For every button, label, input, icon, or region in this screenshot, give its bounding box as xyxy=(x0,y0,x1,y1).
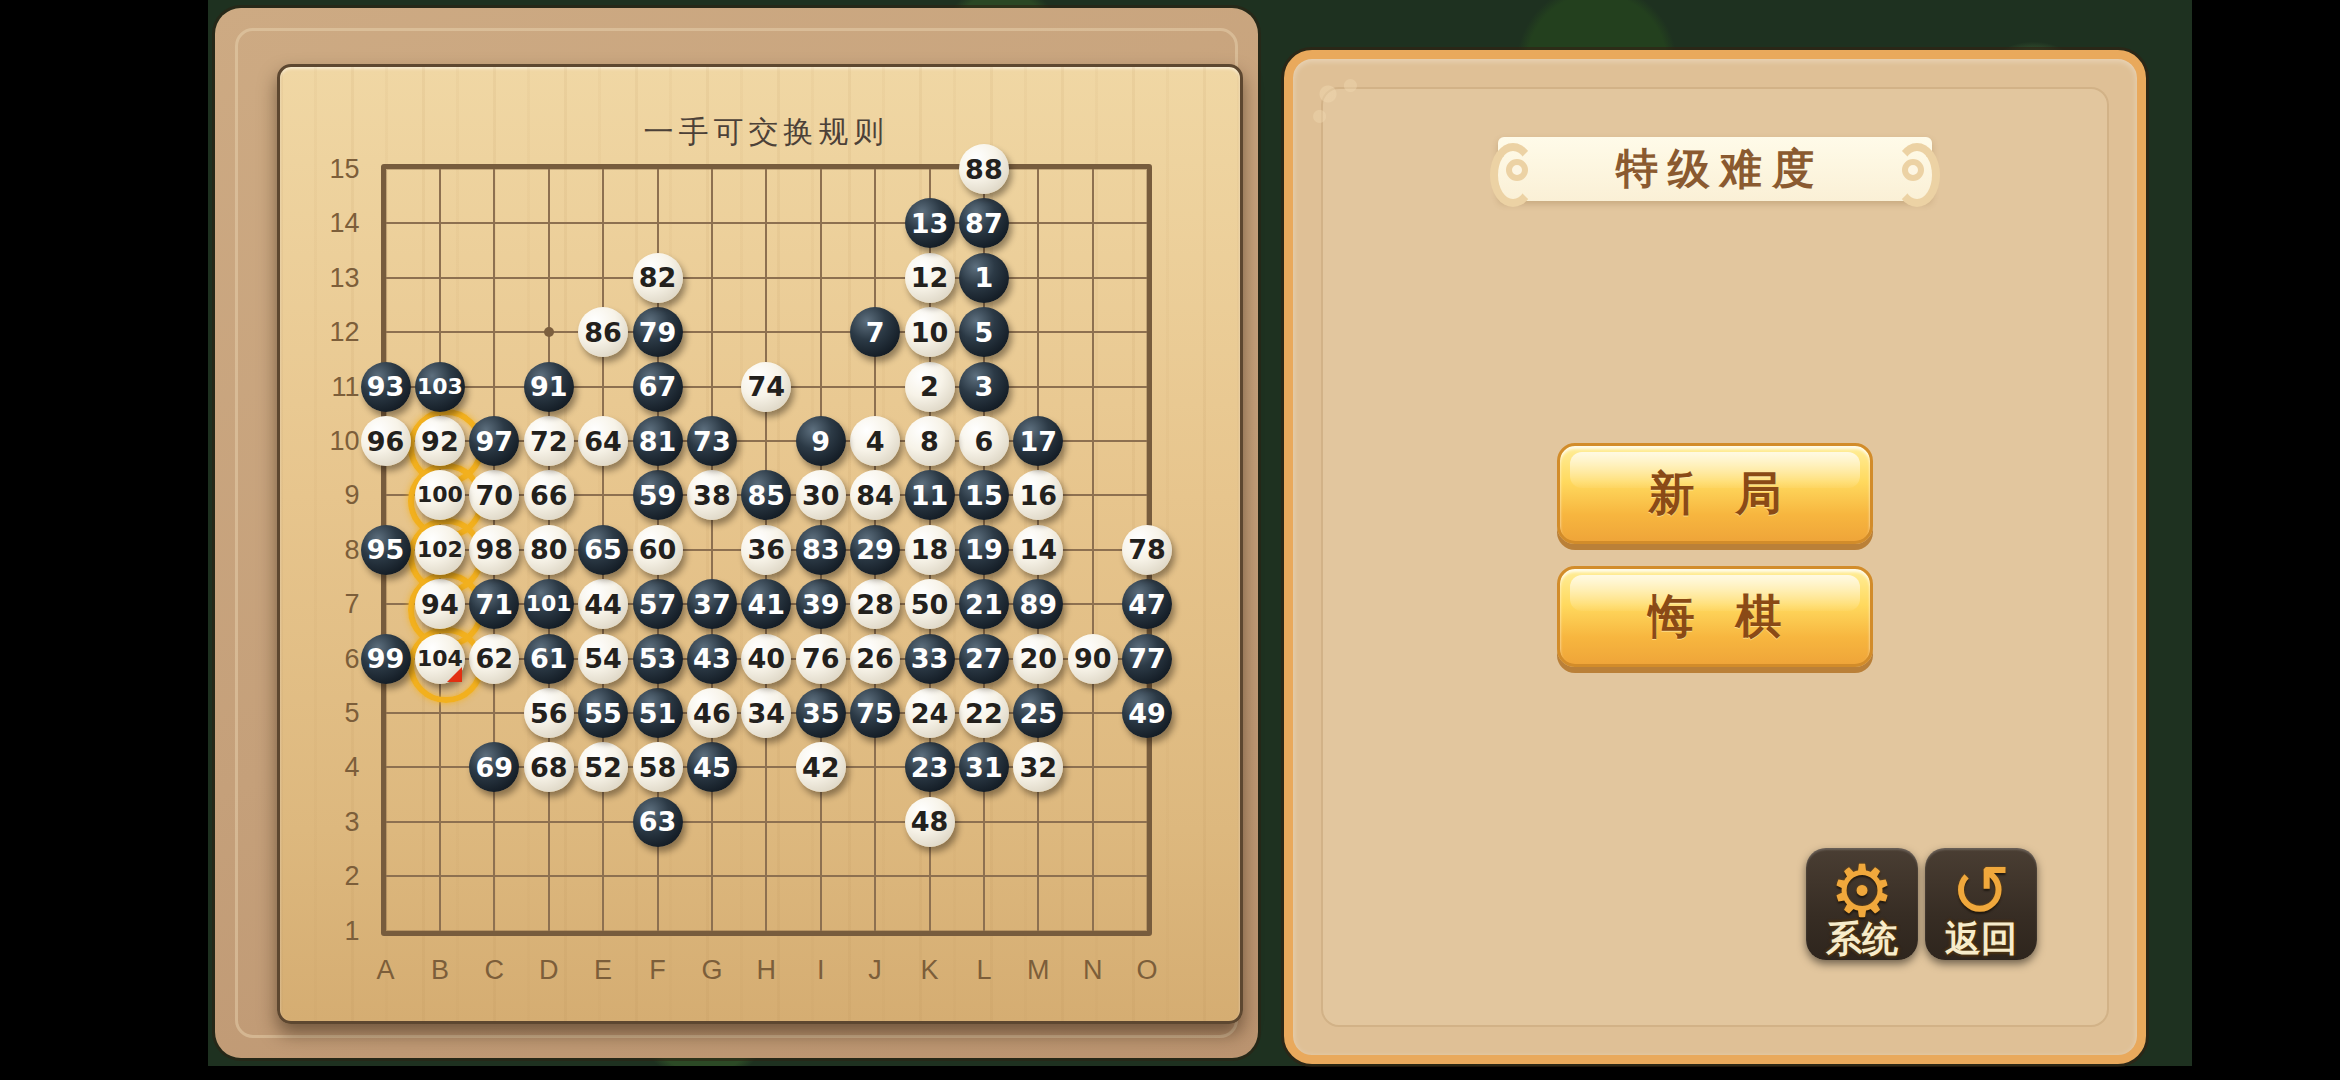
move-number: 89 xyxy=(1020,591,1058,618)
stone-F12: 79 xyxy=(633,307,683,357)
col-label: H xyxy=(744,953,788,987)
stone-G7: 37 xyxy=(687,579,737,629)
undo-label: 悔 棋 xyxy=(1635,586,1796,648)
stone-O8: 78 xyxy=(1122,525,1172,575)
stone-D7: 101 xyxy=(524,579,574,629)
move-number: 1 xyxy=(974,264,993,291)
stone-L7: 21 xyxy=(959,579,1009,629)
stone-F4: 58 xyxy=(633,742,683,792)
stone-O6: 77 xyxy=(1122,634,1172,684)
col-label: F xyxy=(636,953,680,987)
move-number: 63 xyxy=(639,808,677,835)
move-number: 33 xyxy=(911,645,949,672)
stone-G6: 43 xyxy=(687,634,737,684)
move-number: 21 xyxy=(965,591,1003,618)
move-number: 18 xyxy=(911,536,949,563)
stone-K13: 12 xyxy=(905,253,955,303)
move-number: 59 xyxy=(639,482,677,509)
stone-L9: 15 xyxy=(959,470,1009,520)
move-number: 14 xyxy=(1020,536,1058,563)
grid-line xyxy=(1092,169,1094,931)
stone-F9: 59 xyxy=(633,470,683,520)
move-number: 16 xyxy=(1020,482,1058,509)
stone-M10: 17 xyxy=(1013,416,1063,466)
move-number: 30 xyxy=(802,482,840,509)
stone-L14: 87 xyxy=(959,198,1009,248)
move-number: 54 xyxy=(584,645,622,672)
move-number: 32 xyxy=(1020,754,1058,781)
back-label: 返回 xyxy=(1925,915,2037,964)
row-label: 7 xyxy=(308,587,360,621)
stone-B9: 100 xyxy=(415,470,465,520)
corner-flourish xyxy=(1307,73,1377,143)
stone-O7: 47 xyxy=(1122,579,1172,629)
move-number: 40 xyxy=(748,645,786,672)
stone-I10: 9 xyxy=(796,416,846,466)
stone-K4: 23 xyxy=(905,742,955,792)
move-number: 87 xyxy=(965,210,1003,237)
move-number: 70 xyxy=(476,482,514,509)
col-label: C xyxy=(472,953,516,987)
stone-J6: 26 xyxy=(850,634,900,684)
move-number: 57 xyxy=(639,591,677,618)
difficulty-banner: 特级难度 xyxy=(1498,137,1932,201)
stone-F7: 57 xyxy=(633,579,683,629)
move-number: 64 xyxy=(584,428,622,455)
move-number: 73 xyxy=(693,428,731,455)
move-number: 92 xyxy=(421,428,459,455)
move-number: 19 xyxy=(965,536,1003,563)
stone-I6: 76 xyxy=(796,634,846,684)
game-screen: 一手可交换规则 151413121110987654321ABCDEFGHIJK… xyxy=(0,0,2340,1080)
move-number: 36 xyxy=(748,536,786,563)
stone-I9: 30 xyxy=(796,470,846,520)
stone-L10: 6 xyxy=(959,416,1009,466)
stone-C6: 62 xyxy=(469,634,519,684)
stone-F5: 51 xyxy=(633,688,683,738)
stone-B7: 94 xyxy=(415,579,465,629)
move-number: 49 xyxy=(1128,700,1166,727)
move-number: 85 xyxy=(748,482,786,509)
move-number: 38 xyxy=(693,482,731,509)
move-number: 28 xyxy=(856,591,894,618)
move-number: 67 xyxy=(639,373,677,400)
move-number: 101 xyxy=(526,593,572,615)
col-label: M xyxy=(1016,953,1060,987)
move-number: 71 xyxy=(476,591,514,618)
move-number: 82 xyxy=(639,264,677,291)
row-label: 4 xyxy=(308,750,360,784)
row-label: 9 xyxy=(308,478,360,512)
stone-C8: 98 xyxy=(469,525,519,575)
stone-L11: 3 xyxy=(959,362,1009,412)
move-number: 60 xyxy=(639,536,677,563)
stone-F3: 63 xyxy=(633,797,683,847)
move-number: 8 xyxy=(920,428,939,455)
move-number: 75 xyxy=(856,700,894,727)
move-number: 41 xyxy=(748,591,786,618)
move-number: 84 xyxy=(856,482,894,509)
move-number: 27 xyxy=(965,645,1003,672)
stone-E7: 44 xyxy=(578,579,628,629)
stone-D5: 56 xyxy=(524,688,574,738)
grid-line xyxy=(386,821,1148,823)
move-number: 66 xyxy=(530,482,568,509)
stone-D11: 91 xyxy=(524,362,574,412)
difficulty-label: 特级难度 xyxy=(1606,141,1824,197)
stone-L4: 31 xyxy=(959,742,1009,792)
stone-D9: 66 xyxy=(524,470,574,520)
stone-B8: 102 xyxy=(415,525,465,575)
stone-K3: 48 xyxy=(905,797,955,847)
move-number: 72 xyxy=(530,428,568,455)
stone-K7: 50 xyxy=(905,579,955,629)
move-number: 23 xyxy=(911,754,949,781)
move-number: 6 xyxy=(974,428,993,455)
stone-G9: 38 xyxy=(687,470,737,520)
stone-F13: 82 xyxy=(633,253,683,303)
col-label: G xyxy=(690,953,734,987)
move-number: 90 xyxy=(1074,645,1112,672)
move-number: 77 xyxy=(1128,645,1166,672)
move-number: 5 xyxy=(974,319,993,346)
move-number: 22 xyxy=(965,700,1003,727)
scroll-ornament-icon xyxy=(1484,141,1540,197)
move-number: 96 xyxy=(367,428,405,455)
move-number: 26 xyxy=(856,645,894,672)
move-number: 46 xyxy=(693,700,731,727)
stone-G5: 46 xyxy=(687,688,737,738)
stone-A11: 93 xyxy=(361,362,411,412)
stone-B6: 104 xyxy=(415,634,465,684)
stone-H11: 74 xyxy=(741,362,791,412)
stone-I8: 83 xyxy=(796,525,846,575)
move-number: 15 xyxy=(965,482,1003,509)
col-label: J xyxy=(853,953,897,987)
row-label: 12 xyxy=(308,315,360,349)
stone-E10: 64 xyxy=(578,416,628,466)
move-number: 35 xyxy=(802,700,840,727)
move-number: 52 xyxy=(584,754,622,781)
move-number: 79 xyxy=(639,319,677,346)
stone-L13: 1 xyxy=(959,253,1009,303)
move-number: 47 xyxy=(1128,591,1166,618)
row-label: 13 xyxy=(308,261,360,295)
stone-G10: 73 xyxy=(687,416,737,466)
stone-A10: 96 xyxy=(361,416,411,466)
col-label: N xyxy=(1071,953,1115,987)
move-number: 100 xyxy=(417,484,463,506)
stone-J8: 29 xyxy=(850,525,900,575)
move-number: 2 xyxy=(920,373,939,400)
stone-E6: 54 xyxy=(578,634,628,684)
move-number: 13 xyxy=(911,210,949,237)
stone-D6: 61 xyxy=(524,634,574,684)
stone-H5: 34 xyxy=(741,688,791,738)
move-number: 102 xyxy=(417,539,463,561)
move-number: 74 xyxy=(748,373,786,400)
move-number: 53 xyxy=(639,645,677,672)
move-number: 42 xyxy=(802,754,840,781)
row-label: 2 xyxy=(308,859,360,893)
new-game-button[interactable]: 新 局 xyxy=(1557,443,1873,544)
stone-K14: 13 xyxy=(905,198,955,248)
back-button[interactable]: ↺ 返回 xyxy=(1925,848,2037,960)
move-number: 97 xyxy=(476,428,514,455)
stone-K10: 8 xyxy=(905,416,955,466)
grid-line xyxy=(386,875,1148,877)
move-number: 39 xyxy=(802,591,840,618)
stone-K9: 11 xyxy=(905,470,955,520)
move-number: 61 xyxy=(530,645,568,672)
stone-J10: 4 xyxy=(850,416,900,466)
row-label: 10 xyxy=(308,424,360,458)
move-number: 78 xyxy=(1128,536,1166,563)
star-point xyxy=(544,327,554,337)
move-number: 37 xyxy=(693,591,731,618)
move-number: 11 xyxy=(911,482,949,509)
row-label: 11 xyxy=(308,370,360,404)
row-label: 5 xyxy=(308,696,360,730)
stone-B10: 92 xyxy=(415,416,465,466)
move-number: 20 xyxy=(1020,645,1058,672)
move-number: 45 xyxy=(693,754,731,781)
move-number: 95 xyxy=(367,536,405,563)
stone-C10: 97 xyxy=(469,416,519,466)
stone-K11: 2 xyxy=(905,362,955,412)
move-number: 55 xyxy=(584,700,622,727)
move-number: 3 xyxy=(974,373,993,400)
stone-F11: 67 xyxy=(633,362,683,412)
stone-L5: 22 xyxy=(959,688,1009,738)
move-number: 69 xyxy=(476,754,514,781)
stone-J7: 28 xyxy=(850,579,900,629)
move-number: 91 xyxy=(530,373,568,400)
stone-N6: 90 xyxy=(1068,634,1118,684)
move-number: 76 xyxy=(802,645,840,672)
stone-E8: 65 xyxy=(578,525,628,575)
stone-G4: 45 xyxy=(687,742,737,792)
move-number: 58 xyxy=(639,754,677,781)
stone-M6: 20 xyxy=(1013,634,1063,684)
row-label: 3 xyxy=(308,805,360,839)
move-number: 103 xyxy=(417,376,463,398)
stone-J12: 7 xyxy=(850,307,900,357)
stone-O5: 49 xyxy=(1122,688,1172,738)
move-number: 4 xyxy=(866,428,885,455)
stone-L12: 5 xyxy=(959,307,1009,357)
move-number: 62 xyxy=(476,645,514,672)
row-label: 1 xyxy=(308,914,360,948)
move-number: 99 xyxy=(367,645,405,672)
stone-B11: 103 xyxy=(415,362,465,412)
stone-K6: 33 xyxy=(905,634,955,684)
move-number: 51 xyxy=(639,700,677,727)
row-label: 15 xyxy=(308,152,360,186)
system-label: 系统 xyxy=(1806,915,1918,964)
col-label: A xyxy=(364,953,408,987)
move-number: 34 xyxy=(748,700,786,727)
move-number: 12 xyxy=(911,264,949,291)
stone-A8: 95 xyxy=(361,525,411,575)
move-number: 24 xyxy=(911,700,949,727)
stone-K12: 10 xyxy=(905,307,955,357)
col-label: D xyxy=(527,953,571,987)
stone-I5: 35 xyxy=(796,688,846,738)
stone-D4: 68 xyxy=(524,742,574,792)
row-label: 8 xyxy=(308,533,360,567)
stone-H8: 36 xyxy=(741,525,791,575)
move-number: 31 xyxy=(965,754,1003,781)
move-number: 9 xyxy=(811,428,830,455)
stone-M8: 14 xyxy=(1013,525,1063,575)
col-label: O xyxy=(1125,953,1169,987)
last-move-marker-icon xyxy=(447,667,462,682)
move-number: 7 xyxy=(866,319,885,346)
stone-K8: 18 xyxy=(905,525,955,575)
move-number: 17 xyxy=(1020,428,1058,455)
move-number: 83 xyxy=(802,536,840,563)
move-number: 65 xyxy=(584,536,622,563)
move-number: 25 xyxy=(1020,700,1058,727)
col-label: K xyxy=(908,953,952,987)
stone-A6: 99 xyxy=(361,634,411,684)
stone-L6: 27 xyxy=(959,634,1009,684)
col-label: B xyxy=(418,953,462,987)
col-label: I xyxy=(799,953,843,987)
row-label: 6 xyxy=(308,642,360,676)
undo-button[interactable]: 悔 棋 xyxy=(1557,566,1873,667)
stone-F10: 81 xyxy=(633,416,683,466)
stone-D8: 80 xyxy=(524,525,574,575)
move-number: 50 xyxy=(911,591,949,618)
row-label: 14 xyxy=(308,206,360,240)
move-number: 68 xyxy=(530,754,568,781)
move-number: 98 xyxy=(476,536,514,563)
stone-E12: 86 xyxy=(578,307,628,357)
move-number: 88 xyxy=(965,156,1003,183)
stone-I7: 39 xyxy=(796,579,846,629)
scroll-ornament-icon xyxy=(1890,141,1946,197)
rule-title: 一手可交换规则 xyxy=(385,112,1147,153)
stone-I4: 42 xyxy=(796,742,846,792)
stone-E5: 55 xyxy=(578,688,628,738)
move-number: 81 xyxy=(639,428,677,455)
stone-L8: 19 xyxy=(959,525,1009,575)
stone-D10: 72 xyxy=(524,416,574,466)
move-number: 44 xyxy=(584,591,622,618)
stone-J5: 75 xyxy=(850,688,900,738)
stone-F8: 60 xyxy=(633,525,683,575)
move-number: 56 xyxy=(530,700,568,727)
col-label: L xyxy=(962,953,1006,987)
stone-K5: 24 xyxy=(905,688,955,738)
move-number: 80 xyxy=(530,536,568,563)
system-button[interactable]: ⚙ 系统 xyxy=(1806,848,1918,960)
stone-H6: 40 xyxy=(741,634,791,684)
move-number: 43 xyxy=(693,645,731,672)
new-game-label: 新 局 xyxy=(1635,463,1796,525)
col-label: E xyxy=(581,953,625,987)
move-number: 86 xyxy=(584,319,622,346)
move-number: 48 xyxy=(911,808,949,835)
stone-F6: 53 xyxy=(633,634,683,684)
move-number: 10 xyxy=(911,319,949,346)
stone-M5: 25 xyxy=(1013,688,1063,738)
move-number: 29 xyxy=(856,536,894,563)
move-number: 94 xyxy=(421,591,459,618)
move-number: 93 xyxy=(367,373,405,400)
